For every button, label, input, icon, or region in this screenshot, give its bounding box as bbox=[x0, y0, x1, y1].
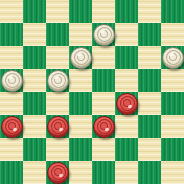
square-r1c2[interactable] bbox=[46, 23, 69, 46]
white-checker-man[interactable] bbox=[70, 47, 92, 69]
square-r7c5 bbox=[115, 161, 138, 184]
square-r7c7 bbox=[161, 161, 184, 184]
square-r1c0[interactable] bbox=[0, 23, 23, 46]
square-r4c5[interactable] bbox=[115, 92, 138, 115]
square-r7c6[interactable] bbox=[138, 161, 161, 184]
square-r1c3 bbox=[69, 23, 92, 46]
square-r3c5 bbox=[115, 69, 138, 92]
square-r4c7[interactable] bbox=[161, 92, 184, 115]
square-r5c5 bbox=[115, 115, 138, 138]
specular-highlight bbox=[127, 104, 132, 108]
specular-highlight bbox=[7, 75, 13, 80]
square-r7c0[interactable] bbox=[0, 161, 23, 184]
square-r2c6 bbox=[138, 46, 161, 69]
square-r7c3 bbox=[69, 161, 92, 184]
square-r0c2 bbox=[46, 0, 69, 23]
square-r4c6 bbox=[138, 92, 161, 115]
square-r6c4 bbox=[92, 138, 115, 161]
square-r2c4 bbox=[92, 46, 115, 69]
square-r4c4 bbox=[92, 92, 115, 115]
square-r7c2[interactable] bbox=[46, 161, 69, 184]
square-r5c4[interactable] bbox=[92, 115, 115, 138]
red-checker-man[interactable] bbox=[47, 116, 69, 138]
square-r3c1 bbox=[23, 69, 46, 92]
square-r1c5 bbox=[115, 23, 138, 46]
square-r2c0 bbox=[0, 46, 23, 69]
square-r3c3 bbox=[69, 69, 92, 92]
square-r0c4 bbox=[92, 0, 115, 23]
square-r2c2 bbox=[46, 46, 69, 69]
square-r3c6[interactable] bbox=[138, 69, 161, 92]
specular-highlight bbox=[104, 127, 109, 131]
square-r3c7 bbox=[161, 69, 184, 92]
square-r0c1[interactable] bbox=[23, 0, 46, 23]
square-r1c4[interactable] bbox=[92, 23, 115, 46]
square-r6c0 bbox=[0, 138, 23, 161]
white-checker-man[interactable] bbox=[93, 24, 115, 46]
specular-highlight bbox=[99, 29, 105, 34]
square-r5c0[interactable] bbox=[0, 115, 23, 138]
red-checker-man[interactable] bbox=[47, 162, 69, 184]
white-checker-man[interactable] bbox=[162, 47, 184, 69]
square-r5c7 bbox=[161, 115, 184, 138]
square-r4c0 bbox=[0, 92, 23, 115]
white-checker-man[interactable] bbox=[47, 70, 69, 92]
red-checker-man[interactable] bbox=[1, 116, 23, 138]
square-r5c1 bbox=[23, 115, 46, 138]
red-checker-man[interactable] bbox=[116, 93, 138, 115]
white-checker-man[interactable] bbox=[1, 70, 23, 92]
square-r2c3[interactable] bbox=[69, 46, 92, 69]
red-checker-man[interactable] bbox=[93, 116, 115, 138]
square-r4c3[interactable] bbox=[69, 92, 92, 115]
square-r0c0 bbox=[0, 0, 23, 23]
square-r1c6[interactable] bbox=[138, 23, 161, 46]
square-r3c2[interactable] bbox=[46, 69, 69, 92]
square-r0c5[interactable] bbox=[115, 0, 138, 23]
square-r4c1[interactable] bbox=[23, 92, 46, 115]
square-r1c1 bbox=[23, 23, 46, 46]
square-r0c6 bbox=[138, 0, 161, 23]
specular-highlight bbox=[168, 52, 174, 57]
square-r1c7 bbox=[161, 23, 184, 46]
specular-highlight bbox=[76, 52, 82, 57]
specular-highlight bbox=[53, 75, 59, 80]
square-r3c4[interactable] bbox=[92, 69, 115, 92]
square-r5c2[interactable] bbox=[46, 115, 69, 138]
square-r0c7[interactable] bbox=[161, 0, 184, 23]
square-r2c5[interactable] bbox=[115, 46, 138, 69]
square-r6c2 bbox=[46, 138, 69, 161]
square-r6c5[interactable] bbox=[115, 138, 138, 161]
square-r5c6[interactable] bbox=[138, 115, 161, 138]
specular-highlight bbox=[12, 127, 17, 131]
square-r3c0[interactable] bbox=[0, 69, 23, 92]
square-r4c2 bbox=[46, 92, 69, 115]
square-r6c7[interactable] bbox=[161, 138, 184, 161]
square-r0c3[interactable] bbox=[69, 0, 92, 23]
square-r6c1[interactable] bbox=[23, 138, 46, 161]
square-r2c1[interactable] bbox=[23, 46, 46, 69]
specular-highlight bbox=[58, 173, 63, 177]
square-r7c4[interactable] bbox=[92, 161, 115, 184]
square-r5c3 bbox=[69, 115, 92, 138]
checkers-board bbox=[0, 0, 184, 184]
specular-highlight bbox=[58, 127, 63, 131]
square-r6c3[interactable] bbox=[69, 138, 92, 161]
square-r7c1 bbox=[23, 161, 46, 184]
square-r6c6 bbox=[138, 138, 161, 161]
square-r2c7[interactable] bbox=[161, 46, 184, 69]
